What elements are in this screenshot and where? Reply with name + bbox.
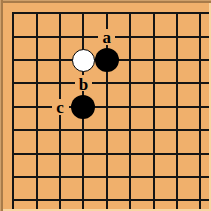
point-label-text: a — [103, 29, 112, 46]
black-stone — [71, 95, 95, 119]
stones-and-labels: abc — [0, 0, 211, 211]
board-edge-highlight-right — [209, 0, 211, 211]
board-edge-highlight-bottom — [0, 209, 211, 211]
go-board: abc — [0, 0, 211, 211]
point-label-a: a — [98, 29, 115, 45]
black-stone — [95, 48, 119, 72]
point-label-text: b — [79, 76, 88, 93]
white-stone — [72, 49, 95, 72]
point-label-text: c — [56, 99, 64, 116]
wood-frame-top — [0, 0, 211, 3]
go-diagram: abc — [0, 0, 211, 211]
wood-frame-left — [0, 0, 3, 211]
point-label-b: b — [75, 75, 92, 91]
point-label-c: c — [52, 99, 69, 115]
